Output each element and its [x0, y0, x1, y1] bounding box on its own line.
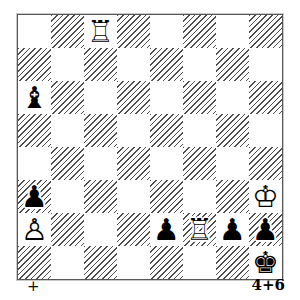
black-pawn[interactable]: ♟	[219, 213, 246, 246]
square-f2[interactable]: ♖	[183, 213, 216, 246]
black-pawn[interactable]: ♟	[252, 213, 279, 246]
square-d4[interactable]	[117, 147, 150, 180]
square-f3[interactable]	[183, 180, 216, 213]
material-count-label: 4+6	[252, 278, 285, 293]
square-a3[interactable]: ♟	[18, 180, 51, 213]
square-g1[interactable]	[216, 246, 249, 279]
square-g5[interactable]	[216, 114, 249, 147]
chess-board: ♖♝♟♔♙♟♖♟♟♚	[17, 14, 283, 280]
white-pawn[interactable]: ♙	[21, 213, 48, 246]
square-c7[interactable]	[84, 48, 117, 81]
square-g4[interactable]	[216, 147, 249, 180]
square-c4[interactable]	[84, 147, 117, 180]
square-g6[interactable]	[216, 81, 249, 114]
square-a6[interactable]: ♝	[18, 81, 51, 114]
square-b5[interactable]	[51, 114, 84, 147]
square-g7[interactable]	[216, 48, 249, 81]
square-h6[interactable]	[249, 81, 282, 114]
chess-diagram-page: ♖♝♟♔♙♟♖♟♟♚ + 4+6	[0, 0, 300, 300]
square-f7[interactable]	[183, 48, 216, 81]
square-c5[interactable]	[84, 114, 117, 147]
white-king[interactable]: ♔	[252, 180, 279, 213]
square-e8[interactable]	[150, 15, 183, 48]
square-h7[interactable]	[249, 48, 282, 81]
square-h5[interactable]	[249, 114, 282, 147]
black-pawn[interactable]: ♟	[153, 213, 180, 246]
square-g2[interactable]: ♟	[216, 213, 249, 246]
square-c6[interactable]	[84, 81, 117, 114]
square-b7[interactable]	[51, 48, 84, 81]
square-b8[interactable]	[51, 15, 84, 48]
white-rook[interactable]: ♖	[87, 15, 114, 48]
square-b3[interactable]	[51, 180, 84, 213]
square-h8[interactable]	[249, 15, 282, 48]
square-c3[interactable]	[84, 180, 117, 213]
black-bishop[interactable]: ♝	[21, 81, 48, 114]
square-a5[interactable]	[18, 114, 51, 147]
square-f4[interactable]	[183, 147, 216, 180]
white-rook[interactable]: ♖	[186, 213, 213, 246]
square-e4[interactable]	[150, 147, 183, 180]
square-f8[interactable]	[183, 15, 216, 48]
square-h2[interactable]: ♟	[249, 213, 282, 246]
square-a8[interactable]	[18, 15, 51, 48]
square-g8[interactable]	[216, 15, 249, 48]
square-e1[interactable]	[150, 246, 183, 279]
black-king[interactable]: ♚	[252, 246, 279, 279]
square-c1[interactable]	[84, 246, 117, 279]
square-e2[interactable]: ♟	[150, 213, 183, 246]
square-e6[interactable]	[150, 81, 183, 114]
black-pawn[interactable]: ♟	[21, 180, 48, 213]
square-a7[interactable]	[18, 48, 51, 81]
square-g3[interactable]	[216, 180, 249, 213]
square-h3[interactable]: ♔	[249, 180, 282, 213]
square-c8[interactable]: ♖	[84, 15, 117, 48]
square-e7[interactable]	[150, 48, 183, 81]
square-d7[interactable]	[117, 48, 150, 81]
square-e3[interactable]	[150, 180, 183, 213]
square-b4[interactable]	[51, 147, 84, 180]
square-d2[interactable]	[117, 213, 150, 246]
square-d8[interactable]	[117, 15, 150, 48]
square-f6[interactable]	[183, 81, 216, 114]
square-a1[interactable]	[18, 246, 51, 279]
square-d3[interactable]	[117, 180, 150, 213]
square-f1[interactable]	[183, 246, 216, 279]
square-a4[interactable]	[18, 147, 51, 180]
square-h1[interactable]: ♚	[249, 246, 282, 279]
square-e5[interactable]	[150, 114, 183, 147]
square-b2[interactable]	[51, 213, 84, 246]
square-d6[interactable]	[117, 81, 150, 114]
square-a2[interactable]: ♙	[18, 213, 51, 246]
square-c2[interactable]	[84, 213, 117, 246]
stipulation-label: +	[27, 279, 40, 294]
square-d5[interactable]	[117, 114, 150, 147]
square-h4[interactable]	[249, 147, 282, 180]
square-d1[interactable]	[117, 246, 150, 279]
square-b6[interactable]	[51, 81, 84, 114]
square-f5[interactable]	[183, 114, 216, 147]
square-b1[interactable]	[51, 246, 84, 279]
